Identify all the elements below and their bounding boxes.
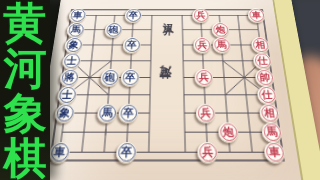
piece-char: 相	[263, 107, 275, 118]
piece-char: 將	[64, 72, 75, 82]
piece-char: 象	[59, 107, 71, 118]
piece-char: 士	[61, 89, 73, 99]
xiangqi-board-3d-wrap: 汉界 楚河 車馬象士將士象車砲砲馬卒卒卒卒卒兵兵兵兵兵炮馬炮車相仕帥仕相馬車	[32, 0, 320, 180]
title-banner: 黄 河 象 棋	[0, 0, 50, 180]
title-char: 象	[4, 90, 47, 135]
title-char: 棋	[4, 135, 47, 180]
piece-char: 仕	[261, 89, 273, 99]
piece-char: 兵	[196, 11, 206, 19]
piece-char: 兵	[200, 107, 211, 118]
piece-black-soldier[interactable]: 卒	[118, 103, 138, 123]
piece-char: 車	[251, 11, 261, 19]
piece-char: 象	[68, 40, 79, 49]
piece-char: 馬	[101, 107, 112, 118]
piece-black-soldier[interactable]: 卒	[120, 69, 139, 87]
piece-black-soldier[interactable]: 卒	[116, 142, 137, 164]
piece-char: 兵	[202, 146, 214, 158]
piece-char: 馬	[216, 40, 226, 49]
piece-char: 砲	[109, 25, 119, 34]
thumbnail-scene: 汉界 楚河 車馬象士將士象車砲砲馬卒卒卒卒卒兵兵兵兵兵炮馬炮車相仕帥仕相馬車 黄…	[0, 0, 320, 180]
piece-black-soldier[interactable]: 卒	[122, 37, 140, 53]
piece-char: 卒	[128, 11, 138, 19]
piece-char: 卒	[121, 146, 133, 158]
title-char: 黄	[4, 0, 47, 45]
piece-char: 炮	[215, 25, 225, 34]
piece-char: 相	[255, 40, 266, 49]
river-label-hanjie: 汉界	[159, 16, 176, 21]
piece-char: 兵	[199, 72, 210, 82]
piece-char: 馬	[70, 25, 81, 34]
piece-char: 士	[66, 56, 77, 65]
piece-char: 兵	[197, 40, 207, 49]
river-label-chuhe: 楚河	[158, 83, 177, 88]
piece-black-soldier[interactable]: 卒	[124, 8, 142, 23]
board-frame: 汉界 楚河 車馬象士將士象車砲砲馬卒卒卒卒卒兵兵兵兵兵炮馬炮車相仕帥仕相馬車	[32, 0, 320, 180]
xiangqi-board: 汉界 楚河 車馬象士將士象車砲砲馬卒卒卒卒卒兵兵兵兵兵炮馬炮車相仕帥仕相馬車	[47, 8, 287, 162]
piece-char: 仕	[257, 56, 268, 65]
piece-char: 砲	[104, 72, 115, 82]
piece-char: 車	[53, 146, 66, 158]
piece-red-soldier[interactable]: 兵	[192, 8, 210, 23]
piece-char: 馬	[266, 126, 278, 137]
piece-char: 車	[268, 146, 281, 158]
piece-char: 卒	[125, 72, 136, 82]
piece-char: 帥	[259, 72, 270, 82]
piece-char: 卒	[127, 40, 137, 49]
piece-char: 車	[72, 11, 82, 19]
piece-char: 卒	[123, 107, 134, 118]
piece-char: 炮	[222, 126, 234, 137]
piece-red-soldier[interactable]: 兵	[193, 37, 211, 53]
title-char: 河	[4, 45, 47, 90]
